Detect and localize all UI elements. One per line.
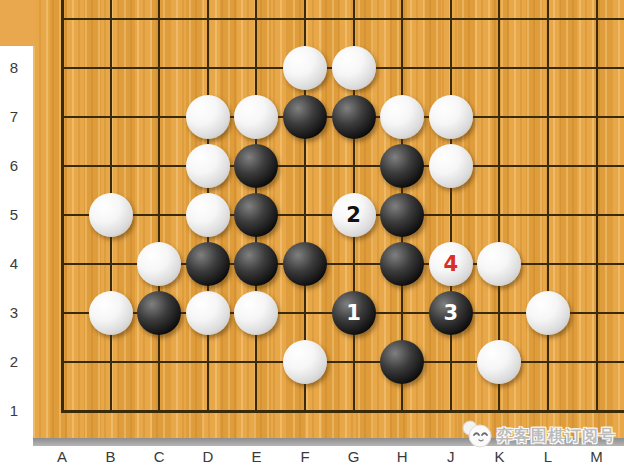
grid-line-row-1 [61,410,624,413]
grid-line-col-L [547,0,549,413]
row-label-5: 5 [0,206,29,224]
grid-line-row-9 [61,18,624,20]
col-label-H: H [387,448,417,466]
stone-black-H6 [380,144,424,188]
row-label-8: 8 [0,59,29,77]
stone-black-F4 [283,242,327,286]
stone-white-E7 [234,95,278,139]
grid-line-col-C [158,0,160,413]
watermark-logo-icon [460,419,494,453]
stone-white-K2 [477,340,521,384]
stone-white-G8 [332,46,376,90]
stone-black-C3 [137,291,181,335]
col-label-G: G [339,448,369,466]
stone-black-E5 [234,193,278,237]
stone-white-B3 [89,291,133,335]
col-label-D: D [193,448,223,466]
stone-white-G5-move-2: 2 [332,193,376,237]
stone-black-E4 [234,242,278,286]
stone-white-H7 [380,95,424,139]
stone-white-K4 [477,242,521,286]
stone-white-F2 [283,340,327,384]
stone-white-J4-move-4: 4 [429,242,473,286]
stone-white-D5 [186,193,230,237]
stone-black-H4 [380,242,424,286]
col-label-B: B [96,448,126,466]
stone-black-H5 [380,193,424,237]
row-label-1: 1 [0,402,29,420]
row-label-7: 7 [0,108,29,126]
col-label-A: A [47,448,77,466]
col-label-C: C [144,448,174,466]
grid-line-row-2 [61,361,624,363]
stone-black-H2 [380,340,424,384]
stone-white-B5 [89,193,133,237]
stone-white-L3 [526,291,570,335]
col-label-F: F [290,448,320,466]
grid-line-col-A [61,0,64,413]
stone-black-F7 [283,95,327,139]
grid-line-col-J [450,0,452,413]
stone-black-D4 [186,242,230,286]
stone-white-D6 [186,144,230,188]
cropped-corner-block [0,0,35,46]
stone-white-F8 [283,46,327,90]
stone-white-E3 [234,291,278,335]
col-label-E: E [241,448,271,466]
grid-line-row-6 [61,165,624,167]
watermark: 弈客围棋订阅号 [460,420,616,452]
row-label-4: 4 [0,255,29,273]
stone-white-C4 [137,242,181,286]
row-label-3: 3 [0,304,29,322]
watermark-text: 弈客围棋订阅号 [497,426,616,447]
stone-white-D7 [186,95,230,139]
stone-white-J6 [429,144,473,188]
row-label-2: 2 [0,353,29,371]
stone-white-D3 [186,291,230,335]
grid-line-col-M [596,0,598,413]
stone-black-G3-move-1: 1 [332,291,376,335]
go-diagram: 87654321ABCDEFGHJKLM 2413 弈客围棋订阅号 [0,0,624,469]
stone-black-G7 [332,95,376,139]
stone-white-J7 [429,95,473,139]
stone-black-J3-move-3: 3 [429,291,473,335]
stone-black-E6 [234,144,278,188]
row-label-6: 6 [0,157,29,175]
